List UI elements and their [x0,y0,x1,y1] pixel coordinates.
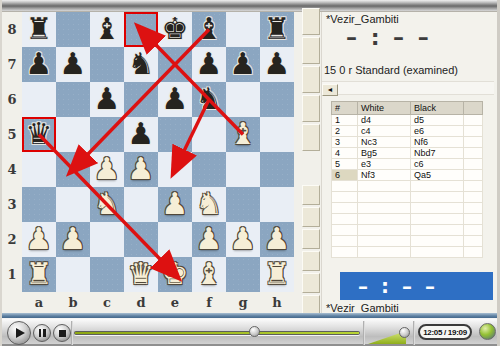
black-move[interactable]: e6 [411,126,464,137]
white-move[interactable]: d4 [358,115,411,126]
move-row: 5e3c6 [332,159,483,170]
move-number-header: # [332,102,358,115]
play-icon [16,328,25,338]
time-display: 12:05 / 19:09 [418,324,472,340]
empty-cell [464,148,483,159]
square-g6[interactable] [226,82,260,117]
square-b8[interactable] [56,12,90,47]
square-f8[interactable]: ♝ [192,12,226,47]
movelist-scrollbar[interactable]: ◄ [322,81,494,95]
square-d6[interactable] [124,82,158,117]
game-type-label: 15 0 r Standard (examined) [324,64,458,76]
empty-cell [464,126,483,137]
white-move[interactable]: Bg5 [358,148,411,159]
pause-icon [39,329,46,337]
white-queen[interactable]: ♛ [128,259,155,289]
white-knight[interactable]: ♞ [94,189,121,219]
square-b1[interactable] [56,257,90,292]
move-row: 3Nc3Nf6 [332,137,483,148]
empty-cell [464,170,483,181]
black-move[interactable]: c6 [411,159,464,170]
white-bishop[interactable]: ♝ [230,119,257,149]
white-move[interactable]: Nc3 [358,137,411,148]
square-e7[interactable] [158,47,192,82]
square-c3[interactable]: ♞ [90,187,124,222]
move-number: 2 [332,126,358,137]
rank-label-4: 4 [2,152,22,187]
square-a3[interactable] [22,187,56,222]
square-c6[interactable]: ♟ [90,82,124,117]
move-row: 4Bg5Nbd7 [332,148,483,159]
square-g5[interactable]: ♝ [226,117,260,152]
white-pawn[interactable]: ♟ [128,154,155,184]
square-f3[interactable]: ♞ [192,187,226,222]
black-bishop[interactable]: ♝ [196,14,223,44]
square-e6[interactable]: ♟ [158,82,192,117]
move-number: 1 [332,115,358,126]
seek-thumb[interactable] [249,326,260,337]
square-c7[interactable] [90,47,124,82]
rank-label-8: 8 [2,12,22,47]
divider [71,321,73,345]
square-h8[interactable]: ♜ [260,12,294,47]
white-pawn[interactable]: ♟ [230,224,257,254]
empty-move-row [332,247,483,258]
black-pawn[interactable]: ♟ [196,49,223,79]
empty-move-row [332,192,483,203]
rank-label-3: 3 [2,187,22,222]
empty-move-row [332,225,483,236]
black-pawn[interactable]: ♟ [128,119,155,149]
square-b6[interactable] [56,82,90,117]
square-e2[interactable] [158,222,192,257]
rank-label-5: 5 [2,117,22,152]
examiner-name-top: *Vezir_Gambiti [326,13,399,25]
square-f1[interactable]: ♝ [192,257,226,292]
black-rook[interactable]: ♜ [26,14,53,44]
tray-slot[interactable] [302,95,320,122]
extra-column-header [464,102,483,115]
piece-tray-bottom [302,185,320,317]
rank-label-6: 6 [2,82,22,117]
square-f7[interactable]: ♟ [192,47,226,82]
white-rook[interactable]: ♜ [264,259,291,289]
white-bishop[interactable]: ♝ [196,259,223,289]
move-row: 6Nf3Qa5 [332,170,483,181]
move-number: 5 [332,159,358,170]
square-a6[interactable] [22,82,56,117]
divider [363,321,365,345]
file-label-b: b [56,292,90,313]
file-label-g: g [226,292,260,313]
black-bishop[interactable]: ♝ [94,14,121,44]
volume-thumb[interactable] [399,327,410,338]
playback-bar: 12:05 / 19:09 [2,318,497,346]
square-h5[interactable] [260,117,294,152]
square-g3[interactable] [226,187,260,222]
file-label-c: c [90,292,124,313]
white-pawn[interactable]: ♟ [60,224,87,254]
white-pawn[interactable]: ♟ [162,189,189,219]
white-move[interactable]: Nf3 [358,170,411,181]
tray-slot[interactable] [302,8,320,35]
square-e1[interactable]: ♚ [158,257,192,292]
square-h1[interactable]: ♜ [260,257,294,292]
square-g4[interactable] [226,152,260,187]
empty-move-row [332,203,483,214]
black-move[interactable]: d5 [411,115,464,126]
square-a5[interactable]: ♛ [22,117,56,152]
square-c5[interactable] [90,117,124,152]
square-d7[interactable]: ♞ [124,47,158,82]
square-c8[interactable]: ♝ [90,12,124,47]
square-g8[interactable] [226,12,260,47]
square-g7[interactable]: ♟ [226,47,260,82]
play-button[interactable] [7,321,31,345]
square-b7[interactable]: ♟ [56,47,90,82]
square-g1[interactable] [226,257,260,292]
divider [413,321,415,345]
square-h6[interactable] [260,82,294,117]
window-title-bar[interactable] [2,0,497,12]
rank-label-7: 7 [2,47,22,82]
stop-button[interactable] [53,324,71,342]
black-pawn[interactable]: ♟ [264,49,291,79]
square-a8[interactable]: ♜ [22,12,56,47]
game-info-panel: *Vezir_Gambiti – : – – 15 0 r Standard (… [321,12,499,313]
square-a2[interactable]: ♟ [22,222,56,257]
square-e8[interactable]: ♚ [158,12,192,47]
square-e4[interactable] [158,152,192,187]
seek-progress [75,332,359,334]
file-labels: abcdefgh [22,292,294,313]
tray-slot[interactable] [302,273,320,293]
white-pawn[interactable]: ♟ [94,154,121,184]
tray-slot[interactable] [302,66,320,93]
square-b4[interactable] [56,152,90,187]
black-move[interactable]: Nbd7 [411,148,464,159]
square-a4[interactable] [22,152,56,187]
move-number: 3 [332,137,358,148]
square-d4[interactable]: ♟ [124,152,158,187]
square-d3[interactable] [124,187,158,222]
file-label-h: h [260,292,294,313]
stop-icon [59,330,66,337]
black-column-header: Black [411,102,464,115]
file-label-d: d [124,292,158,313]
chess-board[interactable]: ♜♝♚♝♜♟♟♞♟♟♟♟♟♞♛♟♝♟♟♞♟♞♟♟♟♟♟♜♛♚♝♜ [22,12,294,292]
move-number: 4 [332,148,358,159]
white-pawn[interactable]: ♟ [196,224,223,254]
rank-label-2: 2 [2,222,22,257]
square-d1[interactable]: ♛ [124,257,158,292]
tray-slot[interactable] [302,295,320,315]
white-pawn[interactable]: ♟ [26,224,53,254]
tray-slot[interactable] [302,207,320,227]
square-c1[interactable] [90,257,124,292]
white-king[interactable]: ♚ [162,259,189,289]
empty-cell [464,137,483,148]
square-d5[interactable]: ♟ [124,117,158,152]
empty-cell [464,115,483,126]
file-label-e: e [158,292,192,313]
rank-labels: 87654321 [2,12,22,292]
black-clock: – : – – [346,25,432,50]
move-number: 6 [332,170,358,181]
tray-slot[interactable] [302,185,320,205]
black-pawn[interactable]: ♟ [26,49,53,79]
square-b2[interactable]: ♟ [56,222,90,257]
white-knight[interactable]: ♞ [196,189,223,219]
tray-slot[interactable] [302,251,320,271]
square-f6[interactable]: ♞ [192,82,226,117]
tray-slot[interactable] [302,229,320,249]
square-a7[interactable]: ♟ [22,47,56,82]
pause-button[interactable] [33,324,51,342]
white-move[interactable]: e3 [358,159,411,170]
square-h3[interactable] [260,187,294,222]
black-king[interactable]: ♚ [162,14,189,44]
black-move[interactable]: Qa5 [411,170,464,181]
rank-label-1: 1 [2,257,22,292]
square-b5[interactable] [56,117,90,152]
square-h7[interactable]: ♟ [260,47,294,82]
square-c2[interactable] [90,222,124,257]
black-rook[interactable]: ♜ [264,14,291,44]
white-pawn[interactable]: ♟ [264,224,291,254]
file-label-a: a [22,292,56,313]
square-f5[interactable] [192,117,226,152]
tray-slot[interactable] [302,37,320,64]
black-pawn[interactable]: ♟ [94,84,121,114]
white-rook[interactable]: ♜ [26,259,53,289]
white-move[interactable]: c4 [358,126,411,137]
empty-move-row [332,214,483,225]
empty-cell [464,159,483,170]
file-label-f: f [192,292,226,313]
square-h2[interactable]: ♟ [260,222,294,257]
white-clock-panel: – : – – [340,272,493,300]
move-list-table: # White Black 1d4d52c4e63Nc3Nf64Bg5Nbd75… [331,101,483,258]
move-row: 1d4d5 [332,115,483,126]
square-d8[interactable] [124,12,158,47]
black-knight[interactable]: ♞ [128,49,155,79]
square-e5[interactable] [158,117,192,152]
black-pawn[interactable]: ♟ [60,49,87,79]
empty-move-row [332,236,483,247]
media-player-orb-icon[interactable] [479,323,496,340]
square-d2[interactable] [124,222,158,257]
square-f4[interactable] [192,152,226,187]
white-column-header: White [358,102,411,115]
white-clock: – : – – [340,274,438,298]
chess-viewer-window: 87654321 ♜♝♚♝♜♟♟♞♟♟♟♟♟♞♛♟♝♟♟♞♟♞♟♟♟♟♟♜♛♚♝… [0,0,500,346]
tray-slot[interactable] [302,124,320,151]
square-c4[interactable]: ♟ [90,152,124,187]
black-queen[interactable]: ♛ [26,119,53,149]
seek-bar[interactable] [74,331,360,335]
piece-tray-top [302,8,320,153]
square-g2[interactable]: ♟ [226,222,260,257]
move-row: 2c4e6 [332,126,483,137]
square-b3[interactable] [56,187,90,222]
black-pawn[interactable]: ♟ [230,49,257,79]
scroll-left-button[interactable]: ◄ [322,84,338,96]
square-h4[interactable] [260,152,294,187]
square-a1[interactable]: ♜ [22,257,56,292]
square-f2[interactable]: ♟ [192,222,226,257]
empty-move-row [332,181,483,192]
black-knight[interactable]: ♞ [196,84,223,114]
square-e3[interactable]: ♟ [158,187,192,222]
black-pawn[interactable]: ♟ [162,84,189,114]
black-move[interactable]: Nf6 [411,137,464,148]
